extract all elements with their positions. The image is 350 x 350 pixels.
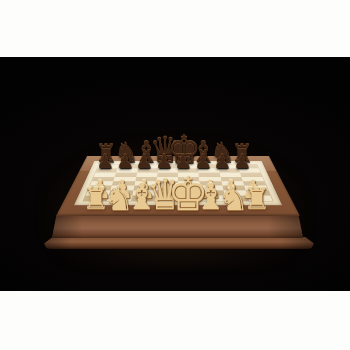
piece-black-pawn: ♟ <box>116 152 133 171</box>
white-margin-top <box>0 0 350 57</box>
photo-area: ♜♞♝♛♚♝♞♜♟♟♟♟♟♟♟♟♟♟♟♟♟♟♟♟♜♞♝♛♚♝♞♜ <box>0 57 350 291</box>
chess-box-base-molding <box>44 237 314 249</box>
piece-black-pawn: ♟ <box>233 152 250 171</box>
piece-black-pawn: ♟ <box>213 152 230 171</box>
white-margin-bottom <box>0 291 350 350</box>
piece-black-pawn: ♟ <box>96 152 113 171</box>
chess-set-product-photo: ♜♞♝♛♚♝♞♜♟♟♟♟♟♟♟♟♟♟♟♟♟♟♟♟♜♞♝♛♚♝♞♜ <box>0 0 350 350</box>
piece-black-pawn: ♟ <box>135 152 152 171</box>
piece-white-rook: ♜ <box>244 184 271 214</box>
